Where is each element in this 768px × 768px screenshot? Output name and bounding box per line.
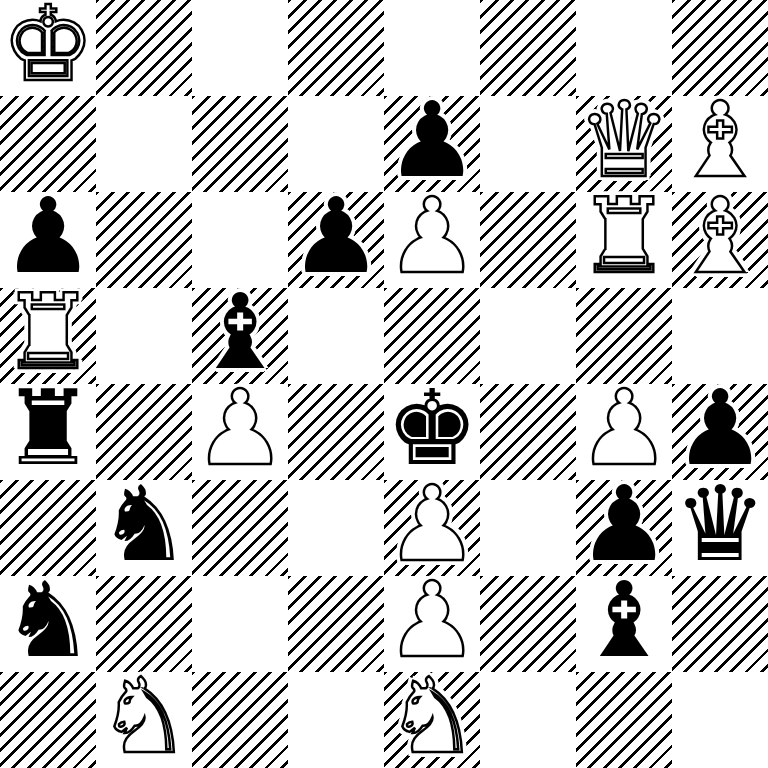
square-e1[interactable]: ♞ <box>384 672 480 768</box>
piece-white-knight-b1[interactable]: ♞ <box>97 664 190 768</box>
square-g2[interactable]: ♝ <box>576 576 672 672</box>
square-d1[interactable] <box>288 672 384 768</box>
piece-black-pawn-d6[interactable]: ♟ <box>289 184 382 288</box>
square-c2[interactable] <box>192 576 288 672</box>
square-h1[interactable] <box>672 672 768 768</box>
piece-white-knight-e1[interactable]: ♞ <box>385 664 478 768</box>
square-h6[interactable]: ♝ <box>672 192 768 288</box>
square-d3[interactable] <box>288 480 384 576</box>
square-f6[interactable] <box>480 192 576 288</box>
square-c4[interactable]: ♟ <box>192 384 288 480</box>
piece-white-pawn-e6[interactable]: ♟ <box>385 184 478 288</box>
square-a2[interactable]: ♞ <box>0 576 96 672</box>
square-f7[interactable] <box>480 96 576 192</box>
square-f4[interactable] <box>480 384 576 480</box>
square-d4[interactable] <box>288 384 384 480</box>
square-b6[interactable] <box>96 192 192 288</box>
square-c7[interactable] <box>192 96 288 192</box>
square-c1[interactable] <box>192 672 288 768</box>
chess-board: ♚♟♛♝♟♟♟♜♝♜♝♜♟♚♟♟♞♟♟♛♞♟♝♞♞ <box>0 0 768 768</box>
piece-white-rook-g6[interactable]: ♜ <box>577 184 670 288</box>
square-f3[interactable] <box>480 480 576 576</box>
square-c3[interactable] <box>192 480 288 576</box>
square-c8[interactable] <box>192 0 288 96</box>
square-h2[interactable] <box>672 576 768 672</box>
square-d5[interactable] <box>288 288 384 384</box>
square-h3[interactable]: ♛ <box>672 480 768 576</box>
square-a4[interactable]: ♜ <box>0 384 96 480</box>
square-d2[interactable] <box>288 576 384 672</box>
square-b8[interactable] <box>96 0 192 96</box>
square-f8[interactable] <box>480 0 576 96</box>
square-g6[interactable]: ♜ <box>576 192 672 288</box>
square-a8[interactable]: ♚ <box>0 0 96 96</box>
piece-black-queen-h3[interactable]: ♛ <box>673 472 766 576</box>
square-g1[interactable] <box>576 672 672 768</box>
square-d6[interactable]: ♟ <box>288 192 384 288</box>
square-b7[interactable] <box>96 96 192 192</box>
square-f5[interactable] <box>480 288 576 384</box>
piece-black-bishop-g2[interactable]: ♝ <box>577 568 670 672</box>
square-a1[interactable] <box>0 672 96 768</box>
piece-white-pawn-c4[interactable]: ♟ <box>193 376 286 480</box>
piece-white-king-a8[interactable]: ♚ <box>1 0 94 96</box>
piece-black-knight-a2[interactable]: ♞ <box>1 568 94 672</box>
square-d8[interactable] <box>288 0 384 96</box>
square-b3[interactable]: ♞ <box>96 480 192 576</box>
square-b5[interactable] <box>96 288 192 384</box>
piece-black-rook-a4[interactable]: ♜ <box>1 376 94 480</box>
square-f2[interactable] <box>480 576 576 672</box>
piece-black-knight-b3[interactable]: ♞ <box>97 472 190 576</box>
piece-white-bishop-h6[interactable]: ♝ <box>673 184 766 288</box>
square-e6[interactable]: ♟ <box>384 192 480 288</box>
square-f1[interactable] <box>480 672 576 768</box>
square-b1[interactable]: ♞ <box>96 672 192 768</box>
